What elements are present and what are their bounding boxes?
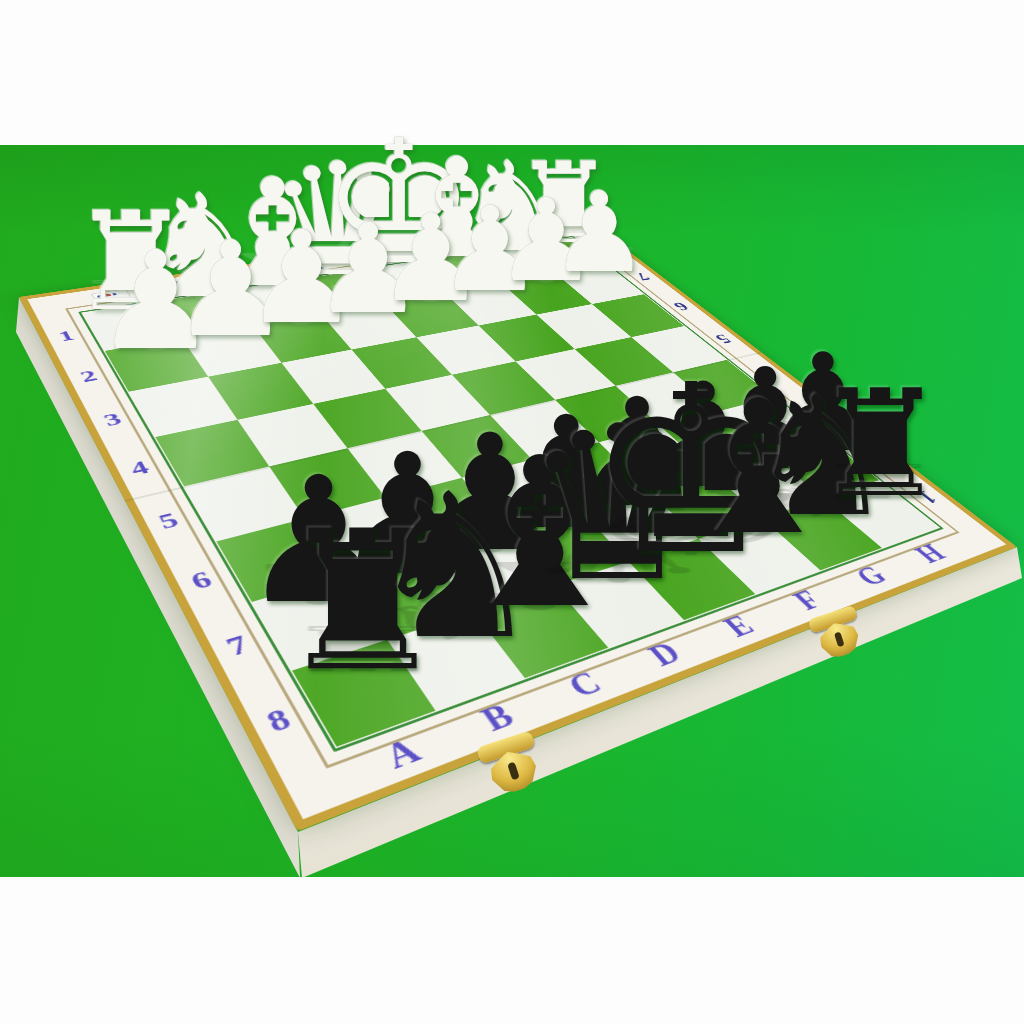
white-backdrop-top [0,0,1024,145]
rank-label: 3 [84,394,143,446]
white-backdrop-bottom [0,877,1024,1024]
rank-label: 2 [61,353,116,401]
product-photo-stage: HGFEDCBA ABCDEFGH 12345678 87654321 ♜♜♞♞… [0,0,1024,1024]
rank-label: 1 [41,315,93,358]
